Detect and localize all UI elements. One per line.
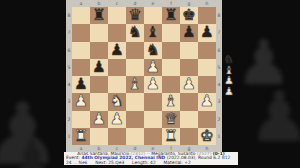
square-g5[interactable] [180,59,198,76]
black-pawn-b5: ♟ [90,59,108,76]
square-b7[interactable] [90,24,108,41]
next-label: Next: [95,160,107,165]
board-panel: abcdefgh 87654321 ♜♛♜♚♞♝♟♟♟♞♟♟♟♝♟♟♟♞♝♟♟♟… [66,0,222,152]
file-label-a: a [72,145,90,152]
square-h7[interactable]: ♟ [198,24,216,41]
square-g2[interactable] [180,111,198,128]
square-c7[interactable] [108,24,126,41]
square-e1[interactable] [144,128,162,145]
rank-label-1: 1 [216,128,222,145]
black-pawn-g7: ♟ [180,24,198,41]
black-rook-f8: ♜ [162,7,180,24]
square-e4[interactable]: ♟ [144,76,162,93]
square-e2[interactable] [144,111,162,128]
square-h2[interactable] [198,111,216,128]
rank-label-7: 7 [216,24,222,41]
square-b3[interactable] [90,93,108,110]
white-rook-f1: ♜ [162,128,180,145]
square-b1[interactable] [90,128,108,145]
square-g8[interactable]: ♚ [180,7,198,24]
move-status-line: 24 ... Ne6 Next: 25.Qe3 Length: 42 Mater… [64,161,238,165]
square-f8[interactable]: ♜ [162,7,180,24]
file-label-f: f [162,145,180,152]
white-knight-c3: ♞ [108,93,126,110]
rank-labels-right: 87654321 [216,7,222,145]
square-b8[interactable]: ♜ [90,7,108,24]
square-h4[interactable] [198,76,216,93]
file-label-e: e [144,145,162,152]
black-pawn-a4: ♟ [72,76,90,93]
square-c5[interactable] [108,59,126,76]
square-a3[interactable]: ♟ [72,93,90,110]
file-label-d: d [126,145,144,152]
square-h5[interactable] [198,59,216,76]
square-d2[interactable] [126,111,144,128]
black-pawn-h7: ♟ [198,24,216,41]
rank-label-8: 8 [216,7,222,24]
material-label: Material: [164,160,183,165]
square-f6[interactable] [162,42,180,59]
square-b2[interactable]: ♟ [90,111,108,128]
white-rook-a1: ♜ [72,128,90,145]
white-pawn-b2: ♟ [90,111,108,128]
white-pawn-h3: ♟ [198,93,216,110]
white-bishop-d4: ♝ [126,76,144,93]
black-bishop-e7: ♝ [144,24,162,41]
square-d1[interactable] [126,128,144,145]
chess-board[interactable]: ♜♛♜♚♞♝♟♟♟♞♟♟♟♝♟♟♟♞♝♟♟♟♛♜♜♚ [72,7,216,145]
black-king-g8: ♚ [180,7,198,24]
square-f5[interactable] [162,59,180,76]
square-c4[interactable] [108,76,126,93]
white-queen-f2: ♛ [162,111,180,128]
file-label-a: a [72,0,90,7]
file-label-c: c [108,0,126,7]
square-h1[interactable]: ♚ [198,128,216,145]
rank-label-3: 3 [216,93,222,110]
square-c8[interactable] [108,7,126,24]
square-f7[interactable] [162,24,180,41]
square-a4[interactable]: ♟ [72,76,90,93]
white-pawn-c2: ♟ [108,111,126,128]
material-difference-display: ♞♝♟♟ [224,55,234,97]
square-g3[interactable] [180,93,198,110]
white-pawn-e4: ♟ [144,76,162,93]
white-bishop-f3: ♝ [162,93,180,110]
white-pawn-g4: ♟ [180,76,198,93]
square-e8[interactable] [144,7,162,24]
black-rook-b8: ♜ [90,7,108,24]
black-knight-d7: ♞ [126,24,144,41]
rank-label-2: 2 [216,111,222,128]
square-c1[interactable] [108,128,126,145]
square-a7[interactable] [72,24,90,41]
length-value: 42 [150,160,156,165]
move-number: 24 [66,160,72,165]
square-e7[interactable]: ♝ [144,24,162,41]
material-white-pawn-icon: ♟ [224,87,234,98]
rank-label-6: 6 [216,42,222,59]
file-label-h: h [198,0,216,7]
eco-code-link[interactable]: B12 [222,155,231,160]
square-f3[interactable]: ♝ [162,93,180,110]
square-a6[interactable] [72,42,90,59]
square-h3[interactable]: ♟ [198,93,216,110]
game-info-bar: Arias Santana, Mauricio (2312) -- Megara… [64,152,238,165]
square-f2[interactable]: ♛ [162,111,180,128]
square-a2[interactable] [72,111,90,128]
square-f4[interactable] [162,76,180,93]
square-e6[interactable]: ♞ [144,42,162,59]
square-d8[interactable]: ♛ [126,7,144,24]
background-pawn-blur-icon: ♟ [6,128,58,168]
file-labels-bottom: abcdefgh [72,145,216,152]
square-a1[interactable]: ♜ [72,128,90,145]
black-queen-d8: ♛ [126,7,144,24]
square-g6[interactable] [180,42,198,59]
square-b4[interactable] [90,76,108,93]
square-e5[interactable]: ♟ [144,59,162,76]
square-d4[interactable]: ♝ [126,76,144,93]
square-c2[interactable]: ♟ [108,111,126,128]
file-label-c: c [108,145,126,152]
move-ellipsis: ... [73,160,77,165]
rank-label-5: 5 [216,59,222,76]
black-pawn-c6: ♟ [108,42,126,59]
square-d7[interactable]: ♞ [126,24,144,41]
white-pawn-e5: ♟ [144,59,162,76]
square-a8[interactable] [72,7,90,24]
white-pawn-a3: ♟ [72,93,90,110]
black-knight-e6: ♞ [144,42,162,59]
square-d5[interactable] [126,59,144,76]
square-d3[interactable] [126,93,144,110]
next-move: 25.Qe3 [108,160,124,165]
square-h8[interactable] [198,7,216,24]
square-g7[interactable]: ♟ [180,24,198,41]
square-e3[interactable] [144,93,162,110]
square-b5[interactable]: ♟ [90,59,108,76]
square-d6[interactable] [126,42,144,59]
square-b6[interactable] [90,42,108,59]
rank-label-4: 4 [216,76,222,93]
square-f1[interactable]: ♜ [162,128,180,145]
file-label-e: e [144,0,162,7]
screenshot-stage: ♟ ♟ ♟ ♟ abcdefgh 87654321 ♜♛♜♚♞♝♟♟♟♞♟♟♟♝… [0,0,300,168]
square-c3[interactable]: ♞ [108,93,126,110]
white-king-h1: ♚ [198,128,216,145]
square-h6[interactable] [198,42,216,59]
square-c6[interactable]: ♟ [108,42,126,59]
file-label-g: g [180,145,198,152]
file-label-h: h [198,145,216,152]
last-move-link[interactable]: Ne6 [79,160,88,165]
square-a5[interactable] [72,59,90,76]
square-g1[interactable] [180,128,198,145]
square-g4[interactable]: ♟ [180,76,198,93]
file-label-b: b [90,145,108,152]
background-pawn-blur-icon: ♟ [248,76,300,158]
length-label: Length: [132,160,149,165]
material-value: +2 [184,160,190,165]
